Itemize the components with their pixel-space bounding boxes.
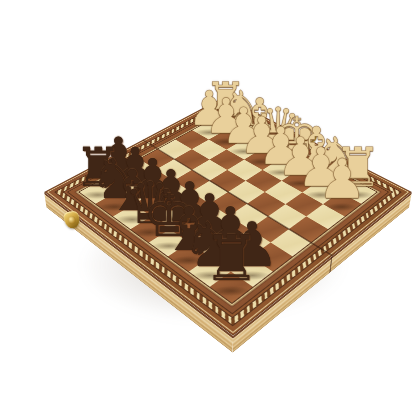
square: [323, 192, 361, 216]
square: [247, 192, 285, 216]
square: [231, 257, 273, 287]
square: [289, 216, 329, 242]
square: [210, 216, 250, 242]
square: [151, 204, 190, 229]
square: [168, 242, 209, 271]
square: [172, 192, 210, 216]
square: [251, 242, 292, 271]
hinge-ring-anchor: [309, 140, 310, 141]
square: [249, 216, 289, 242]
square: [268, 204, 307, 229]
square: [188, 257, 230, 287]
square: [134, 192, 172, 216]
square: [96, 192, 134, 216]
square: [190, 204, 229, 229]
square: [285, 192, 323, 216]
square: [230, 229, 270, 257]
square: [270, 229, 310, 257]
square: [210, 271, 253, 303]
square: [149, 229, 189, 257]
chess-set-photo: ♜♟♞♟♝♟♛♟♚♟♝♟♟♞♜♟♟♜♞♟♟♝♟♛♟♚♟♝♟♞♟♜: [0, 0, 416, 416]
square: [170, 216, 210, 242]
square: [210, 242, 251, 271]
square: [229, 204, 268, 229]
fold-seam-side: [330, 256, 333, 273]
square: [113, 204, 152, 229]
square: [209, 192, 247, 216]
clasp-anchor: [72, 219, 73, 220]
square: [189, 229, 229, 257]
square: [306, 204, 345, 229]
square: [130, 216, 170, 242]
